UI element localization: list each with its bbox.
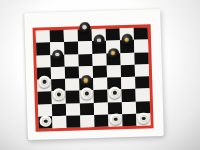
photo-background [0, 0, 200, 150]
black-piece[interactable] [81, 75, 92, 86]
square-r0c5[interactable] [106, 28, 120, 41]
square-r7c3[interactable] [80, 115, 94, 128]
white-piece[interactable] [109, 87, 121, 99]
white-piece[interactable] [81, 88, 93, 100]
board-mat [24, 9, 164, 140]
square-r6c2[interactable] [66, 103, 80, 116]
square-r6c4[interactable] [94, 102, 108, 115]
white-piece[interactable] [109, 113, 121, 125]
square-r6c0[interactable] [38, 104, 52, 117]
square-r2c3[interactable] [78, 54, 92, 67]
square-r5c6[interactable] [121, 89, 135, 102]
square-r0c2[interactable] [64, 29, 78, 42]
square-r5c3[interactable] [79, 90, 93, 103]
checkers-board [36, 27, 151, 128]
square-r1c6[interactable] [120, 40, 134, 53]
square-r5c5[interactable] [107, 89, 121, 102]
white-piece[interactable] [39, 115, 51, 127]
square-r2c1[interactable] [50, 54, 64, 67]
white-piece[interactable] [38, 76, 50, 88]
square-r0c7[interactable] [134, 27, 148, 40]
dark-center-dot [57, 92, 61, 96]
board-frame [33, 24, 154, 131]
square-r7c4[interactable] [94, 114, 108, 127]
black-piece[interactable] [108, 48, 119, 59]
pale-center-dot [97, 38, 101, 42]
pale-center-dot [56, 53, 60, 57]
dark-center-dot [113, 117, 117, 121]
square-r2c0[interactable] [36, 55, 50, 68]
square-r4c6[interactable] [121, 77, 135, 90]
square-r3c4[interactable] [93, 65, 107, 78]
square-r6c7[interactable] [136, 101, 150, 114]
square-r7c2[interactable] [66, 115, 80, 128]
square-r3c6[interactable] [121, 65, 135, 78]
black-piece[interactable] [52, 49, 63, 60]
square-r6c3[interactable] [80, 103, 94, 116]
square-r0c1[interactable] [50, 30, 64, 43]
white-piece[interactable] [53, 89, 65, 101]
square-r2c2[interactable] [64, 54, 78, 67]
square-r3c1[interactable] [51, 67, 65, 80]
square-r4c2[interactable] [65, 78, 79, 91]
gold-center-dot [84, 78, 88, 82]
square-r5c1[interactable] [51, 91, 65, 104]
square-r4c4[interactable] [93, 78, 107, 91]
square-r1c4[interactable] [92, 41, 106, 54]
square-r5c0[interactable] [37, 92, 51, 105]
white-piece[interactable] [137, 113, 149, 125]
square-r2c7[interactable] [134, 52, 148, 65]
gold-center-dot [111, 51, 115, 55]
square-r1c2[interactable] [64, 42, 78, 55]
square-r5c2[interactable] [65, 91, 79, 104]
square-r1c7[interactable] [134, 40, 148, 53]
square-r1c3[interactable] [78, 41, 92, 54]
square-r4c7[interactable] [135, 76, 149, 89]
dark-center-dot [42, 80, 46, 84]
square-r0c3[interactable] [78, 29, 92, 42]
square-r2c5[interactable] [106, 53, 120, 66]
square-r7c7[interactable] [136, 113, 150, 126]
square-r6c6[interactable] [122, 101, 136, 114]
square-r0c0[interactable] [36, 30, 50, 43]
dark-center-dot [43, 119, 47, 123]
square-r7c0[interactable] [38, 116, 52, 129]
square-r5c4[interactable] [93, 90, 107, 103]
gold-center-dot [125, 37, 129, 41]
square-r3c2[interactable] [65, 66, 79, 79]
square-r6c5[interactable] [108, 102, 122, 115]
square-r5c7[interactable] [135, 89, 149, 102]
dark-center-dot [85, 92, 89, 96]
square-r2c4[interactable] [92, 53, 106, 66]
square-r1c0[interactable] [36, 43, 50, 56]
square-r7c5[interactable] [108, 114, 122, 127]
dark-center-dot [113, 91, 117, 95]
square-r6c1[interactable] [52, 103, 66, 116]
square-r7c1[interactable] [52, 116, 66, 129]
square-r4c0[interactable] [37, 79, 51, 92]
black-piece[interactable] [122, 34, 133, 45]
black-piece[interactable] [79, 22, 90, 33]
black-piece[interactable] [94, 35, 105, 46]
square-r2c6[interactable] [120, 52, 134, 65]
pale-center-dot [83, 26, 87, 30]
dark-center-dot [141, 116, 145, 120]
square-r3c7[interactable] [135, 64, 149, 77]
square-r7c6[interactable] [122, 114, 136, 127]
square-r3c5[interactable] [107, 65, 121, 78]
